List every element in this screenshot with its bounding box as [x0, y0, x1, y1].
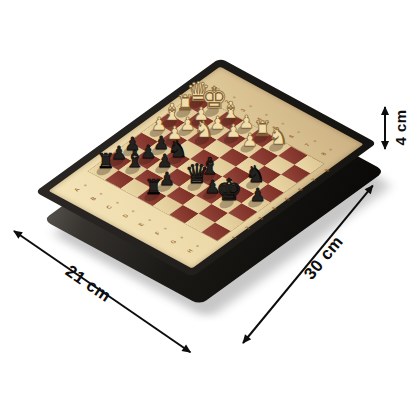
piece-glyph: ♟: [232, 109, 266, 149]
dimension-label-height: 4 cm: [392, 108, 409, 148]
piece-glyph: ♜: [89, 132, 123, 172]
piece-glyph: ♟: [241, 164, 275, 204]
piece-glyph: ♚: [212, 165, 246, 205]
piece-glyph: ♜: [137, 158, 171, 198]
piece-glyph: ♞: [262, 108, 296, 148]
product-photo: ABCDEFGH1234567812345678 ♟♝♜♛♟♟♟♚♞♟♝♟♟♟♜…: [0, 0, 416, 416]
dimension-arrow-height: [384, 107, 386, 149]
